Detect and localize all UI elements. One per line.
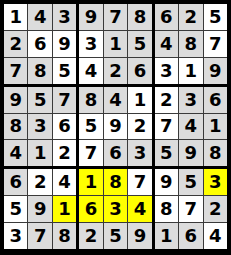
cell-r6c2[interactable]: 1	[28, 140, 51, 166]
cell-r5c1[interactable]: 8	[4, 114, 27, 140]
cell-r1c3[interactable]: 3	[53, 4, 76, 30]
cell-r3c6[interactable]: 6	[128, 58, 151, 84]
cell-r8c2[interactable]: 9	[28, 196, 51, 222]
cell-r9c3[interactable]: 8	[53, 223, 76, 249]
cell-r5c3[interactable]: 6	[53, 114, 76, 140]
cell-r6c4[interactable]: 7	[79, 140, 102, 166]
cell-r4c8[interactable]: 3	[179, 87, 202, 113]
cell-r2c5[interactable]: 1	[104, 31, 127, 57]
cell-r2c3[interactable]: 9	[53, 31, 76, 57]
cell-r1c7[interactable]: 6	[155, 4, 178, 30]
cell-r6c6[interactable]: 3	[128, 140, 151, 166]
cell-r3c7[interactable]: 3	[155, 58, 178, 84]
cell-r3c5[interactable]: 2	[104, 58, 127, 84]
box-r1c1: 143269785	[4, 4, 76, 84]
cell-r7c5[interactable]: 8	[104, 169, 127, 195]
cell-r8c4[interactable]: 6	[79, 196, 102, 222]
cell-r8c6[interactable]: 4	[128, 196, 151, 222]
cell-r9c5[interactable]: 5	[104, 223, 127, 249]
cell-r4c7[interactable]: 2	[155, 87, 178, 113]
cell-r4c6[interactable]: 1	[128, 87, 151, 113]
cell-r2c8[interactable]: 8	[179, 31, 202, 57]
cell-r7c8[interactable]: 5	[179, 169, 202, 195]
cell-r6c7[interactable]: 5	[155, 140, 178, 166]
cell-r7c2[interactable]: 2	[28, 169, 51, 195]
cell-r4c1[interactable]: 9	[4, 87, 27, 113]
box-r2c2: 841592763	[79, 87, 151, 167]
cell-r6c9[interactable]: 8	[204, 140, 227, 166]
cell-r6c1[interactable]: 4	[4, 140, 27, 166]
box-r3c2: 187634259	[79, 169, 151, 249]
cell-r8c3[interactable]: 1	[53, 196, 76, 222]
cell-r9c6[interactable]: 9	[128, 223, 151, 249]
cell-r2c1[interactable]: 2	[4, 31, 27, 57]
cell-r5c7[interactable]: 7	[155, 114, 178, 140]
cell-r5c5[interactable]: 9	[104, 114, 127, 140]
cell-r4c2[interactable]: 5	[28, 87, 51, 113]
cell-r1c4[interactable]: 9	[79, 4, 102, 30]
cell-r6c3[interactable]: 2	[53, 140, 76, 166]
cell-r7c1[interactable]: 6	[4, 169, 27, 195]
cell-r9c7[interactable]: 1	[155, 223, 178, 249]
box-r2c3: 236741598	[155, 87, 227, 167]
cell-r7c9[interactable]: 3	[204, 169, 227, 195]
box-r3c3: 953872164	[155, 169, 227, 249]
cell-r9c2[interactable]: 7	[28, 223, 51, 249]
cell-r9c1[interactable]: 3	[4, 223, 27, 249]
cell-r5c8[interactable]: 4	[179, 114, 202, 140]
cell-r8c7[interactable]: 8	[155, 196, 178, 222]
cell-r3c1[interactable]: 7	[4, 58, 27, 84]
sudoku-board: 1432697859783154266254873199578364128415…	[0, 0, 231, 255]
cell-r3c9[interactable]: 9	[204, 58, 227, 84]
cell-r8c1[interactable]: 5	[4, 196, 27, 222]
box-r2c1: 957836412	[4, 87, 76, 167]
box-r1c2: 978315426	[79, 4, 151, 84]
cell-r2c7[interactable]: 4	[155, 31, 178, 57]
cell-r5c2[interactable]: 3	[28, 114, 51, 140]
cell-r4c4[interactable]: 8	[79, 87, 102, 113]
cell-r7c3[interactable]: 4	[53, 169, 76, 195]
cell-r7c6[interactable]: 7	[128, 169, 151, 195]
cell-r5c6[interactable]: 2	[128, 114, 151, 140]
cell-r4c9[interactable]: 6	[204, 87, 227, 113]
cell-r6c8[interactable]: 9	[179, 140, 202, 166]
cell-r4c5[interactable]: 4	[104, 87, 127, 113]
cell-r1c2[interactable]: 4	[28, 4, 51, 30]
cell-r3c2[interactable]: 8	[28, 58, 51, 84]
cell-r1c8[interactable]: 2	[179, 4, 202, 30]
cell-r3c3[interactable]: 5	[53, 58, 76, 84]
cell-r2c6[interactable]: 5	[128, 31, 151, 57]
cell-r2c4[interactable]: 3	[79, 31, 102, 57]
cell-r7c4[interactable]: 1	[79, 169, 102, 195]
cell-r3c4[interactable]: 4	[79, 58, 102, 84]
box-r1c3: 625487319	[155, 4, 227, 84]
cell-r1c1[interactable]: 1	[4, 4, 27, 30]
box-r3c1: 624591378	[4, 169, 76, 249]
cell-r8c5[interactable]: 3	[104, 196, 127, 222]
cell-r5c9[interactable]: 1	[204, 114, 227, 140]
cell-r3c8[interactable]: 1	[179, 58, 202, 84]
cell-r8c9[interactable]: 2	[204, 196, 227, 222]
cell-r1c6[interactable]: 8	[128, 4, 151, 30]
cell-r2c2[interactable]: 6	[28, 31, 51, 57]
cell-r7c7[interactable]: 9	[155, 169, 178, 195]
cell-r9c9[interactable]: 4	[204, 223, 227, 249]
cell-r9c8[interactable]: 6	[179, 223, 202, 249]
cell-r1c5[interactable]: 7	[104, 4, 127, 30]
cell-r8c8[interactable]: 7	[179, 196, 202, 222]
cell-r9c4[interactable]: 2	[79, 223, 102, 249]
cell-r1c9[interactable]: 5	[204, 4, 227, 30]
cell-r6c5[interactable]: 6	[104, 140, 127, 166]
cell-r2c9[interactable]: 7	[204, 31, 227, 57]
cell-r4c3[interactable]: 7	[53, 87, 76, 113]
cell-r5c4[interactable]: 5	[79, 114, 102, 140]
